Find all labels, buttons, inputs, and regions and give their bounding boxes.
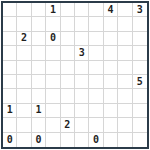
cell-r1c9[interactable] xyxy=(118,3,132,17)
cell-r3c6[interactable] xyxy=(75,32,89,46)
cell-r7c8[interactable] xyxy=(104,89,118,103)
cell-r2c7[interactable] xyxy=(89,17,103,31)
cell-r10c2[interactable] xyxy=(17,133,31,147)
cell-r4c4[interactable] xyxy=(46,46,60,60)
cell-r1c6[interactable] xyxy=(75,3,89,17)
cell-r9c7[interactable] xyxy=(89,118,103,132)
cell-r9c6[interactable] xyxy=(75,118,89,132)
cell-r2c10[interactable] xyxy=(133,17,147,31)
cell-r4c3[interactable] xyxy=(32,46,46,60)
cell-r8c9[interactable] xyxy=(118,104,132,118)
cell-r2c1[interactable] xyxy=(3,17,17,31)
cell-r6c4[interactable] xyxy=(46,75,60,89)
cell-r5c3[interactable] xyxy=(32,61,46,75)
cell-r1c5[interactable] xyxy=(61,3,75,17)
cell-r10c8[interactable] xyxy=(104,133,118,147)
cell-r8c6[interactable] xyxy=(75,104,89,118)
cell-r3c1[interactable] xyxy=(3,32,17,46)
cell-r8c1-clue-1: 1 xyxy=(3,104,17,118)
cell-r4c10[interactable] xyxy=(133,46,147,60)
cell-r4c7[interactable] xyxy=(89,46,103,60)
cell-r7c5[interactable] xyxy=(61,89,75,103)
cell-r1c2[interactable] xyxy=(17,3,31,17)
cell-r7c1[interactable] xyxy=(3,89,17,103)
cell-r2c5[interactable] xyxy=(61,17,75,31)
cell-r3c7[interactable] xyxy=(89,32,103,46)
cell-r2c9[interactable] xyxy=(118,17,132,31)
cell-r6c7[interactable] xyxy=(89,75,103,89)
cell-r10c3-clue-0: 0 xyxy=(32,133,46,147)
cell-r5c2[interactable] xyxy=(17,61,31,75)
cell-r1c10-clue-3: 3 xyxy=(133,3,147,17)
cell-r5c4[interactable] xyxy=(46,61,60,75)
cell-r5c5[interactable] xyxy=(61,61,75,75)
cell-r10c1-clue-0: 0 xyxy=(3,133,17,147)
cell-r9c4[interactable] xyxy=(46,118,60,132)
cell-r3c4-clue-0: 0 xyxy=(46,32,60,46)
cell-r2c8[interactable] xyxy=(104,17,118,31)
cell-r8c7[interactable] xyxy=(89,104,103,118)
cell-r8c3-clue-1: 1 xyxy=(32,104,46,118)
cell-r3c5[interactable] xyxy=(61,32,75,46)
cell-r5c9[interactable] xyxy=(118,61,132,75)
cell-r7c7[interactable] xyxy=(89,89,103,103)
cell-r10c5[interactable] xyxy=(61,133,75,147)
cell-r6c9[interactable] xyxy=(118,75,132,89)
cell-r6c10-clue-5: 5 xyxy=(133,75,147,89)
cell-r7c3[interactable] xyxy=(32,89,46,103)
cell-r2c4[interactable] xyxy=(46,17,60,31)
cell-r3c10[interactable] xyxy=(133,32,147,46)
cell-r10c10[interactable] xyxy=(133,133,147,147)
cell-r2c2[interactable] xyxy=(17,17,31,31)
cell-r7c9[interactable] xyxy=(118,89,132,103)
cell-r10c9[interactable] xyxy=(118,133,132,147)
cell-r6c5[interactable] xyxy=(61,75,75,89)
cell-r3c9[interactable] xyxy=(118,32,132,46)
cell-r7c4[interactable] xyxy=(46,89,60,103)
cell-r1c3[interactable] xyxy=(32,3,46,17)
cell-r5c8[interactable] xyxy=(104,61,118,75)
cell-r9c3[interactable] xyxy=(32,118,46,132)
cell-r6c1[interactable] xyxy=(3,75,17,89)
cell-r1c8-clue-4: 4 xyxy=(104,3,118,17)
cell-r9c9[interactable] xyxy=(118,118,132,132)
cell-r6c6[interactable] xyxy=(75,75,89,89)
cell-r6c3[interactable] xyxy=(32,75,46,89)
cell-r1c4-clue-1: 1 xyxy=(46,3,60,17)
cell-r8c2[interactable] xyxy=(17,104,31,118)
cell-r4c2[interactable] xyxy=(17,46,31,60)
cell-r9c8[interactable] xyxy=(104,118,118,132)
cell-r7c2[interactable] xyxy=(17,89,31,103)
cell-r4c8[interactable] xyxy=(104,46,118,60)
cell-r9c2[interactable] xyxy=(17,118,31,132)
cell-r4c5[interactable] xyxy=(61,46,75,60)
cell-r3c3[interactable] xyxy=(32,32,46,46)
cell-r2c6[interactable] xyxy=(75,17,89,31)
cell-r7c6[interactable] xyxy=(75,89,89,103)
cell-r7c10[interactable] xyxy=(133,89,147,103)
cell-r5c10[interactable] xyxy=(133,61,147,75)
cell-r8c10[interactable] xyxy=(133,104,147,118)
cell-r8c8[interactable] xyxy=(104,104,118,118)
puzzle-board: 1432035112000 xyxy=(1,1,149,149)
cell-r8c4[interactable] xyxy=(46,104,60,118)
cell-r8c5[interactable] xyxy=(61,104,75,118)
cell-r3c8[interactable] xyxy=(104,32,118,46)
cell-r10c7-clue-0: 0 xyxy=(89,133,103,147)
cell-r1c7[interactable] xyxy=(89,3,103,17)
cell-r10c6[interactable] xyxy=(75,133,89,147)
cell-r3c2-clue-2: 2 xyxy=(17,32,31,46)
cell-r9c1[interactable] xyxy=(3,118,17,132)
cell-r5c7[interactable] xyxy=(89,61,103,75)
cell-r4c6-clue-3: 3 xyxy=(75,46,89,60)
cell-r5c1[interactable] xyxy=(3,61,17,75)
cell-r9c10[interactable] xyxy=(133,118,147,132)
cell-r9c5-clue-2: 2 xyxy=(61,118,75,132)
cell-r1c1[interactable] xyxy=(3,3,17,17)
cell-r5c6[interactable] xyxy=(75,61,89,75)
cell-r4c9[interactable] xyxy=(118,46,132,60)
cell-r6c8[interactable] xyxy=(104,75,118,89)
cell-r4c1[interactable] xyxy=(3,46,17,60)
cell-r2c3[interactable] xyxy=(32,17,46,31)
cell-r6c2[interactable] xyxy=(17,75,31,89)
cell-r10c4[interactable] xyxy=(46,133,60,147)
